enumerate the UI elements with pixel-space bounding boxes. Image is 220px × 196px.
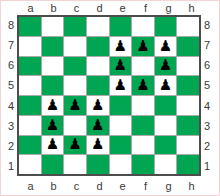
square-g8[interactable] <box>155 17 177 36</box>
square-c4[interactable]: ♟ <box>64 96 86 115</box>
file-label-b-bottom: b <box>42 176 65 195</box>
rank-labels-right: 87654321 <box>201 15 219 176</box>
square-e7[interactable]: ♟ <box>110 37 132 56</box>
rank-label-5-right: 5 <box>201 75 219 95</box>
square-b3[interactable]: ♟ <box>42 116 64 135</box>
file-label-d-top: d <box>88 1 111 15</box>
square-c3[interactable] <box>64 116 86 135</box>
black-pawn[interactable]: ♟ <box>91 98 104 113</box>
black-pawn[interactable]: ♟ <box>136 39 149 54</box>
rank-label-7-left: 7 <box>1 35 17 55</box>
file-label-a-top: a <box>19 1 42 15</box>
square-b4[interactable]: ♟ <box>42 96 64 115</box>
file-label-f-bottom: f <box>134 176 157 195</box>
black-pawn[interactable]: ♟ <box>136 78 149 93</box>
square-e6[interactable]: ♟ <box>110 57 132 76</box>
square-b1[interactable] <box>42 155 64 174</box>
square-b5[interactable] <box>42 76 64 95</box>
rank-label-6-left: 6 <box>1 55 17 75</box>
file-label-d-bottom: d <box>88 176 111 195</box>
square-h3[interactable] <box>177 116 199 135</box>
square-g4[interactable] <box>155 96 177 115</box>
black-pawn[interactable]: ♟ <box>68 98 81 113</box>
square-h4[interactable] <box>177 96 199 115</box>
square-d5[interactable] <box>87 76 109 95</box>
file-label-e-bottom: e <box>111 176 134 195</box>
file-label-h-bottom: h <box>180 176 203 195</box>
file-label-c-top: c <box>65 1 88 15</box>
black-pawn[interactable]: ♟ <box>91 118 104 133</box>
rank-label-3-left: 3 <box>1 116 17 136</box>
rank-label-8-right: 8 <box>201 15 219 35</box>
black-pawn[interactable]: ♟ <box>159 39 172 54</box>
board-middle-row: 87654321 ♟♟♟♟♟♟♟♟♟♟♟♟♟♟♟♟ 87654321 <box>1 15 219 176</box>
file-label-g-top: g <box>157 1 180 15</box>
square-f6[interactable] <box>132 57 154 76</box>
square-e2[interactable] <box>110 136 132 155</box>
square-b6[interactable] <box>42 57 64 76</box>
rank-label-4-right: 4 <box>201 96 219 116</box>
square-e4[interactable] <box>110 96 132 115</box>
square-b2[interactable]: ♟ <box>42 136 64 155</box>
rank-label-2-left: 2 <box>1 136 17 156</box>
file-labels-bottom: abcdefgh <box>19 176 203 195</box>
square-g2[interactable] <box>155 136 177 155</box>
chessboard-diagram: abcdefgh 87654321 ♟♟♟♟♟♟♟♟♟♟♟♟♟♟♟♟ 87654… <box>0 0 220 196</box>
square-a8[interactable] <box>19 17 41 36</box>
square-e1[interactable] <box>110 155 132 174</box>
file-label-f-top: f <box>134 1 157 15</box>
rank-label-7-right: 7 <box>201 35 219 55</box>
square-a4[interactable] <box>19 96 41 115</box>
square-d8[interactable] <box>87 17 109 36</box>
square-b8[interactable] <box>42 17 64 36</box>
square-e5[interactable]: ♟ <box>110 76 132 95</box>
file-label-h-top: h <box>180 1 203 15</box>
square-d7[interactable] <box>87 37 109 56</box>
black-pawn[interactable]: ♟ <box>114 39 127 54</box>
rank-label-1-right: 1 <box>201 156 219 176</box>
square-g3[interactable] <box>155 116 177 135</box>
square-h2[interactable] <box>177 136 199 155</box>
black-pawn[interactable]: ♟ <box>46 118 59 133</box>
black-pawn[interactable]: ♟ <box>159 58 172 73</box>
black-pawn[interactable]: ♟ <box>46 98 59 113</box>
square-d2[interactable]: ♟ <box>87 136 109 155</box>
square-d6[interactable] <box>87 57 109 76</box>
rank-label-1-left: 1 <box>1 156 17 176</box>
black-pawn[interactable]: ♟ <box>114 78 127 93</box>
square-f7[interactable]: ♟ <box>132 37 154 56</box>
square-c1[interactable] <box>64 155 86 174</box>
square-c5[interactable] <box>64 76 86 95</box>
square-a1[interactable] <box>19 155 41 174</box>
square-h8[interactable] <box>177 17 199 36</box>
square-f4[interactable] <box>132 96 154 115</box>
black-pawn[interactable]: ♟ <box>91 137 104 152</box>
square-a6[interactable] <box>19 57 41 76</box>
rank-label-4-left: 4 <box>1 96 17 116</box>
square-c7[interactable] <box>64 37 86 56</box>
square-a2[interactable] <box>19 136 41 155</box>
square-h6[interactable] <box>177 57 199 76</box>
square-e8[interactable] <box>110 17 132 36</box>
square-f5[interactable]: ♟ <box>132 76 154 95</box>
square-d4[interactable]: ♟ <box>87 96 109 115</box>
rank-label-8-left: 8 <box>1 15 17 35</box>
file-label-b-top: b <box>42 1 65 15</box>
file-label-a-bottom: a <box>19 176 42 195</box>
square-f8[interactable] <box>132 17 154 36</box>
square-g1[interactable] <box>155 155 177 174</box>
rank-label-6-right: 6 <box>201 55 219 75</box>
square-g6[interactable]: ♟ <box>155 57 177 76</box>
black-pawn[interactable]: ♟ <box>114 58 127 73</box>
square-a7[interactable] <box>19 37 41 56</box>
square-f1[interactable] <box>132 155 154 174</box>
file-label-g-bottom: g <box>157 176 180 195</box>
black-pawn[interactable]: ♟ <box>68 137 81 152</box>
square-b7[interactable] <box>42 37 64 56</box>
file-labels-top: abcdefgh <box>19 1 203 15</box>
square-d3[interactable]: ♟ <box>87 116 109 135</box>
rank-labels-left: 87654321 <box>1 15 17 176</box>
square-f3[interactable] <box>132 116 154 135</box>
rank-label-2-right: 2 <box>201 136 219 156</box>
square-g7[interactable]: ♟ <box>155 37 177 56</box>
black-pawn[interactable]: ♟ <box>46 137 59 152</box>
square-e3[interactable] <box>110 116 132 135</box>
square-d1[interactable] <box>87 155 109 174</box>
file-label-e-top: e <box>111 1 134 15</box>
square-h5[interactable] <box>177 76 199 95</box>
square-c6[interactable] <box>64 57 86 76</box>
square-g5[interactable]: ♟ <box>155 76 177 95</box>
rank-label-5-left: 5 <box>1 75 17 95</box>
square-c2[interactable]: ♟ <box>64 136 86 155</box>
square-a3[interactable] <box>19 116 41 135</box>
square-f2[interactable] <box>132 136 154 155</box>
square-h1[interactable] <box>177 155 199 174</box>
chess-board: ♟♟♟♟♟♟♟♟♟♟♟♟♟♟♟♟ <box>17 15 201 176</box>
black-pawn[interactable]: ♟ <box>159 78 172 93</box>
square-h7[interactable] <box>177 37 199 56</box>
square-a5[interactable] <box>19 76 41 95</box>
file-label-c-bottom: c <box>65 176 88 195</box>
square-c8[interactable] <box>64 17 86 36</box>
rank-label-3-right: 3 <box>201 116 219 136</box>
